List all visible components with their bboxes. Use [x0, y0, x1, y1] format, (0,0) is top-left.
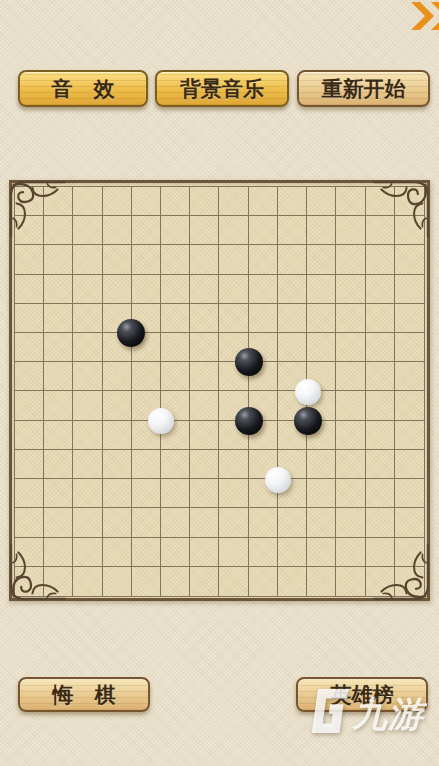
game-screen: 音 效 背景音乐 重新开始 [0, 0, 439, 766]
restart-button[interactable]: 重新开始 [297, 70, 430, 107]
black-stone [235, 407, 263, 435]
publisher-name: 九游 [352, 696, 424, 731]
undo-move-label: 悔 棋 [53, 681, 116, 709]
stones-layer [14, 186, 425, 597]
background-music-button[interactable]: 背景音乐 [155, 70, 289, 107]
background-music-label: 背景音乐 [180, 75, 264, 103]
sound-effects-label: 音 效 [52, 75, 115, 103]
double-chevron-right-icon[interactable] [408, 2, 439, 30]
black-stone [294, 407, 322, 435]
black-stone [235, 348, 263, 376]
undo-move-button[interactable]: 悔 棋 [18, 677, 150, 712]
white-stone [265, 467, 291, 493]
white-stone [148, 408, 174, 434]
white-stone [295, 379, 321, 405]
restart-label: 重新开始 [322, 75, 406, 103]
board-grid-area[interactable] [14, 186, 425, 597]
gomoku-board[interactable] [9, 180, 430, 601]
black-stone [117, 319, 145, 347]
publisher-logo-icon [302, 688, 351, 738]
sound-effects-button[interactable]: 音 效 [18, 70, 148, 107]
publisher-watermark: 九游 [306, 688, 424, 738]
